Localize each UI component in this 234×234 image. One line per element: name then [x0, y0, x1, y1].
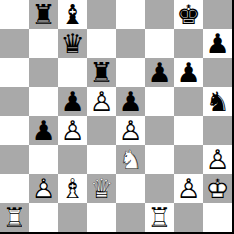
- piece-outline-glyph: ♗: [58, 174, 87, 203]
- square-g4[interactable]: [174, 116, 203, 145]
- square-b3[interactable]: [29, 145, 58, 174]
- piece-outline-glyph: ♙: [58, 116, 87, 145]
- white-bishop-piece[interactable]: ♝♗: [58, 174, 87, 203]
- square-f6[interactable]: ♟: [145, 58, 174, 87]
- square-a8[interactable]: [0, 0, 29, 29]
- square-g8[interactable]: ♚: [174, 0, 203, 29]
- piece-glyph: ♟: [145, 58, 174, 87]
- square-c3[interactable]: [58, 145, 87, 174]
- piece-outline-glyph: ♖: [145, 203, 174, 232]
- white-pawn-piece[interactable]: ♟♙: [174, 174, 203, 203]
- piece-outline-glyph: ♘: [116, 145, 145, 174]
- square-e4[interactable]: ♟♙: [116, 116, 145, 145]
- black-pawn-piece[interactable]: ♟: [116, 87, 145, 116]
- square-a5[interactable]: [0, 87, 29, 116]
- square-e3[interactable]: ♞♘: [116, 145, 145, 174]
- square-b6[interactable]: [29, 58, 58, 87]
- piece-glyph: ♟: [29, 116, 58, 145]
- square-e6[interactable]: [116, 58, 145, 87]
- white-pawn-piece[interactable]: ♟♙: [203, 145, 232, 174]
- white-rook-piece[interactable]: ♜♖: [145, 203, 174, 232]
- white-queen-piece[interactable]: ♛♕: [87, 174, 116, 203]
- square-e8[interactable]: [116, 0, 145, 29]
- square-a2[interactable]: [0, 174, 29, 203]
- black-pawn-piece[interactable]: ♟: [58, 87, 87, 116]
- square-b7[interactable]: [29, 29, 58, 58]
- square-f2[interactable]: [145, 174, 174, 203]
- square-a7[interactable]: [0, 29, 29, 58]
- square-c5[interactable]: ♟: [58, 87, 87, 116]
- white-king-piece[interactable]: ♚♔: [203, 174, 232, 203]
- piece-glyph: ♝: [58, 0, 87, 29]
- square-h7[interactable]: ♟: [203, 29, 232, 58]
- white-pawn-piece[interactable]: ♟♙: [87, 87, 116, 116]
- piece-glyph: ♛: [58, 29, 87, 58]
- piece-outline-glyph: ♙: [203, 145, 232, 174]
- piece-glyph: ♜: [29, 0, 58, 29]
- square-b2[interactable]: ♟♙: [29, 174, 58, 203]
- piece-glyph: ♟: [58, 87, 87, 116]
- square-b5[interactable]: [29, 87, 58, 116]
- square-f3[interactable]: [145, 145, 174, 174]
- square-d6[interactable]: ♜: [87, 58, 116, 87]
- square-c4[interactable]: ♟♙: [58, 116, 87, 145]
- piece-outline-glyph: ♙: [116, 116, 145, 145]
- square-g7[interactable]: [174, 29, 203, 58]
- square-d2[interactable]: ♛♕: [87, 174, 116, 203]
- square-d1[interactable]: [87, 203, 116, 232]
- piece-outline-glyph: ♙: [174, 174, 203, 203]
- white-pawn-piece[interactable]: ♟♙: [58, 116, 87, 145]
- chess-diagram: ♜♝♚♛♟♜♟♟♟♟♙♟♞♟♟♙♟♙♞♘♟♙♟♙♝♗♛♕♟♙♚♔♜♖♜♖: [0, 0, 234, 234]
- square-d5[interactable]: ♟♙: [87, 87, 116, 116]
- square-h1[interactable]: [203, 203, 232, 232]
- square-a6[interactable]: [0, 58, 29, 87]
- piece-glyph: ♟: [174, 58, 203, 87]
- square-a3[interactable]: [0, 145, 29, 174]
- square-g5[interactable]: [174, 87, 203, 116]
- square-f1[interactable]: ♜♖: [145, 203, 174, 232]
- square-f4[interactable]: [145, 116, 174, 145]
- black-king-piece[interactable]: ♚: [174, 0, 203, 29]
- square-a4[interactable]: [0, 116, 29, 145]
- black-rook-piece[interactable]: ♜: [29, 0, 58, 29]
- chess-board[interactable]: ♜♝♚♛♟♜♟♟♟♟♙♟♞♟♟♙♟♙♞♘♟♙♟♙♝♗♛♕♟♙♚♔♜♖♜♖: [0, 0, 234, 234]
- black-rook-piece[interactable]: ♜: [87, 58, 116, 87]
- white-pawn-piece[interactable]: ♟♙: [116, 116, 145, 145]
- piece-outline-glyph: ♕: [87, 174, 116, 203]
- piece-glyph: ♟: [116, 87, 145, 116]
- square-g1[interactable]: [174, 203, 203, 232]
- black-pawn-piece[interactable]: ♟: [145, 58, 174, 87]
- square-b8[interactable]: ♜: [29, 0, 58, 29]
- square-d7[interactable]: [87, 29, 116, 58]
- square-g3[interactable]: [174, 145, 203, 174]
- white-rook-piece[interactable]: ♜♖: [0, 203, 29, 232]
- black-bishop-piece[interactable]: ♝: [58, 0, 87, 29]
- square-g6[interactable]: ♟: [174, 58, 203, 87]
- square-d4[interactable]: [87, 116, 116, 145]
- black-pawn-piece[interactable]: ♟: [29, 116, 58, 145]
- square-c7[interactable]: ♛: [58, 29, 87, 58]
- square-b4[interactable]: ♟: [29, 116, 58, 145]
- square-h8[interactable]: [203, 0, 232, 29]
- black-pawn-piece[interactable]: ♟: [174, 58, 203, 87]
- square-e7[interactable]: [116, 29, 145, 58]
- square-d3[interactable]: [87, 145, 116, 174]
- square-c8[interactable]: ♝: [58, 0, 87, 29]
- black-knight-piece[interactable]: ♞: [203, 87, 232, 116]
- square-c1[interactable]: [58, 203, 87, 232]
- square-h2[interactable]: ♚♔: [203, 174, 232, 203]
- black-queen-piece[interactable]: ♛: [58, 29, 87, 58]
- square-c6[interactable]: [58, 58, 87, 87]
- square-e1[interactable]: [116, 203, 145, 232]
- square-h5[interactable]: ♞: [203, 87, 232, 116]
- piece-outline-glyph: ♔: [203, 174, 232, 203]
- square-c2[interactable]: ♝♗: [58, 174, 87, 203]
- square-h3[interactable]: ♟♙: [203, 145, 232, 174]
- square-f5[interactable]: [145, 87, 174, 116]
- square-h6[interactable]: [203, 58, 232, 87]
- square-h4[interactable]: [203, 116, 232, 145]
- piece-outline-glyph: ♖: [0, 203, 29, 232]
- square-g2[interactable]: ♟♙: [174, 174, 203, 203]
- black-pawn-piece[interactable]: ♟: [203, 29, 232, 58]
- piece-outline-glyph: ♙: [87, 87, 116, 116]
- square-b1[interactable]: [29, 203, 58, 232]
- square-f8[interactable]: [145, 0, 174, 29]
- square-f7[interactable]: [145, 29, 174, 58]
- square-e5[interactable]: ♟: [116, 87, 145, 116]
- piece-glyph: ♜: [87, 58, 116, 87]
- square-d8[interactable]: [87, 0, 116, 29]
- piece-glyph: ♞: [203, 87, 232, 116]
- square-e2[interactable]: [116, 174, 145, 203]
- piece-outline-glyph: ♙: [29, 174, 58, 203]
- piece-glyph: ♟: [203, 29, 232, 58]
- piece-glyph: ♚: [174, 0, 203, 29]
- white-pawn-piece[interactable]: ♟♙: [29, 174, 58, 203]
- square-a1[interactable]: ♜♖: [0, 203, 29, 232]
- white-knight-piece[interactable]: ♞♘: [116, 145, 145, 174]
